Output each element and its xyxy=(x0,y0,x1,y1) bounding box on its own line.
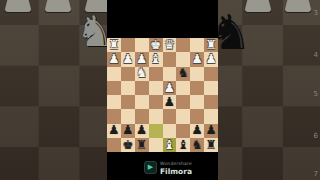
watermark: ▶ Wondershare Filmora xyxy=(144,161,192,176)
background-rank-label: 4 xyxy=(314,51,318,59)
square-d2[interactable] xyxy=(163,52,177,66)
square-a3[interactable] xyxy=(204,67,218,81)
piece-white-pawn[interactable]: ♟ xyxy=(205,53,216,66)
square-b5[interactable] xyxy=(190,95,204,109)
square-h7[interactable]: ♟ xyxy=(107,124,121,138)
square-e4[interactable] xyxy=(149,81,163,95)
square-c3[interactable]: ♞ xyxy=(176,67,190,81)
watermark-vendor: Wondershare xyxy=(160,161,192,166)
piece-white-rook[interactable]: ♜ xyxy=(108,39,119,52)
square-a4[interactable] xyxy=(204,81,218,95)
square-c6[interactable] xyxy=(176,109,190,123)
piece-white-knight[interactable]: ♞ xyxy=(136,67,147,80)
pawn-silhouette-icon xyxy=(244,0,272,13)
piece-black-knight[interactable]: ♞ xyxy=(178,67,189,80)
piece-white-queen[interactable]: ♛ xyxy=(164,39,175,52)
background-rank-label: 3 xyxy=(314,9,318,17)
video-column: ♜♚♛♜♟♟♟♝♟♟♞♞♟♟♟♟♟♟♟♚♜♝♝♞♜ ▶ Wondershare … xyxy=(107,0,218,180)
piece-black-king[interactable]: ♚ xyxy=(122,139,133,152)
square-e8[interactable] xyxy=(149,138,163,152)
piece-white-bishop[interactable]: ♝ xyxy=(150,53,161,66)
piece-white-pawn[interactable]: ♟ xyxy=(192,53,203,66)
piece-black-pawn[interactable]: ♟ xyxy=(136,124,147,137)
square-b8[interactable]: ♞ xyxy=(190,138,204,152)
piece-white-pawn[interactable]: ♟ xyxy=(122,53,133,66)
square-f4[interactable] xyxy=(135,81,149,95)
square-g2[interactable]: ♟ xyxy=(121,52,135,66)
square-g7[interactable]: ♟ xyxy=(121,124,135,138)
square-c5[interactable] xyxy=(176,95,190,109)
piece-white-rook[interactable]: ♜ xyxy=(205,39,216,52)
square-b3[interactable] xyxy=(190,67,204,81)
square-b7[interactable]: ♟ xyxy=(190,124,204,138)
square-d5[interactable]: ♟ xyxy=(163,95,177,109)
square-h8[interactable] xyxy=(107,138,121,152)
square-h6[interactable] xyxy=(107,109,121,123)
square-c8[interactable]: ♝ xyxy=(176,138,190,152)
piece-black-pawn[interactable]: ♟ xyxy=(122,124,133,137)
square-d4[interactable]: ♟ xyxy=(163,81,177,95)
square-c2[interactable] xyxy=(176,52,190,66)
square-g6[interactable] xyxy=(121,109,135,123)
piece-black-pawn[interactable]: ♟ xyxy=(205,124,216,137)
square-h2[interactable]: ♟ xyxy=(107,52,121,66)
square-c7[interactable] xyxy=(176,124,190,138)
piece-white-bishop[interactable]: ♝ xyxy=(164,139,175,152)
square-b1[interactable] xyxy=(190,38,204,52)
square-a7[interactable]: ♟ xyxy=(204,124,218,138)
square-h1[interactable]: ♜ xyxy=(107,38,121,52)
square-h3[interactable] xyxy=(107,67,121,81)
square-d6[interactable] xyxy=(163,109,177,123)
piece-white-king[interactable]: ♚ xyxy=(150,39,161,52)
square-g1[interactable] xyxy=(121,38,135,52)
square-b4[interactable] xyxy=(190,81,204,95)
square-d8[interactable]: ♝ xyxy=(163,138,177,152)
piece-black-knight[interactable]: ♞ xyxy=(192,139,203,152)
square-b6[interactable] xyxy=(190,109,204,123)
square-a6[interactable] xyxy=(204,109,218,123)
square-f1[interactable] xyxy=(135,38,149,52)
piece-black-pawn[interactable]: ♟ xyxy=(164,96,175,109)
square-e5[interactable] xyxy=(149,95,163,109)
square-f6[interactable] xyxy=(135,109,149,123)
square-f3[interactable]: ♞ xyxy=(135,67,149,81)
filmora-logo-icon: ▶ xyxy=(144,161,157,174)
pawn-silhouette-icon xyxy=(284,0,312,13)
square-e7[interactable] xyxy=(149,124,163,138)
square-a2[interactable]: ♟ xyxy=(204,52,218,66)
piece-black-bishop[interactable]: ♝ xyxy=(178,139,189,152)
square-e6[interactable] xyxy=(149,109,163,123)
piece-black-pawn[interactable]: ♟ xyxy=(108,124,119,137)
square-c1[interactable] xyxy=(176,38,190,52)
main-board: ♜♚♛♜♟♟♟♝♟♟♞♞♟♟♟♟♟♟♟♚♜♝♝♞♜ xyxy=(107,38,218,152)
square-g4[interactable] xyxy=(121,81,135,95)
background-rank-label: 6 xyxy=(314,132,318,140)
square-e1[interactable]: ♚ xyxy=(149,38,163,52)
pawn-silhouette-icon xyxy=(4,0,32,13)
square-a8[interactable]: ♜ xyxy=(204,138,218,152)
piece-white-pawn[interactable]: ♟ xyxy=(136,53,147,66)
piece-white-pawn[interactable]: ♟ xyxy=(164,82,175,95)
square-f5[interactable] xyxy=(135,95,149,109)
square-h4[interactable] xyxy=(107,81,121,95)
square-f8[interactable]: ♜ xyxy=(135,138,149,152)
square-g3[interactable] xyxy=(121,67,135,81)
background-rank-label: 5 xyxy=(314,90,318,98)
square-d3[interactable] xyxy=(163,67,177,81)
square-e3[interactable] xyxy=(149,67,163,81)
background-rank-label: 7 xyxy=(314,170,318,178)
piece-white-pawn[interactable]: ♟ xyxy=(108,53,119,66)
piece-black-rook[interactable]: ♜ xyxy=(205,139,216,152)
square-e2[interactable]: ♝ xyxy=(149,52,163,66)
square-g5[interactable] xyxy=(121,95,135,109)
watermark-product: Filmora xyxy=(160,167,192,176)
square-b2[interactable]: ♟ xyxy=(190,52,204,66)
square-a1[interactable]: ♜ xyxy=(204,38,218,52)
pawn-silhouette-icon xyxy=(44,0,72,13)
square-d7[interactable] xyxy=(163,124,177,138)
square-f2[interactable]: ♟ xyxy=(135,52,149,66)
piece-black-rook[interactable]: ♜ xyxy=(136,139,147,152)
square-c4[interactable] xyxy=(176,81,190,95)
piece-black-pawn[interactable]: ♟ xyxy=(192,124,203,137)
square-d1[interactable]: ♛ xyxy=(163,38,177,52)
square-a5[interactable] xyxy=(204,95,218,109)
square-f7[interactable]: ♟ xyxy=(135,124,149,138)
video-frame: ♞♞34567 ♜♚♛♜♟♟♟♝♟♟♞♞♟♟♟♟♟♟♟♚♜♝♝♞♜ ▶ Wond… xyxy=(0,0,320,180)
square-h5[interactable] xyxy=(107,95,121,109)
square-g8[interactable]: ♚ xyxy=(121,138,135,152)
